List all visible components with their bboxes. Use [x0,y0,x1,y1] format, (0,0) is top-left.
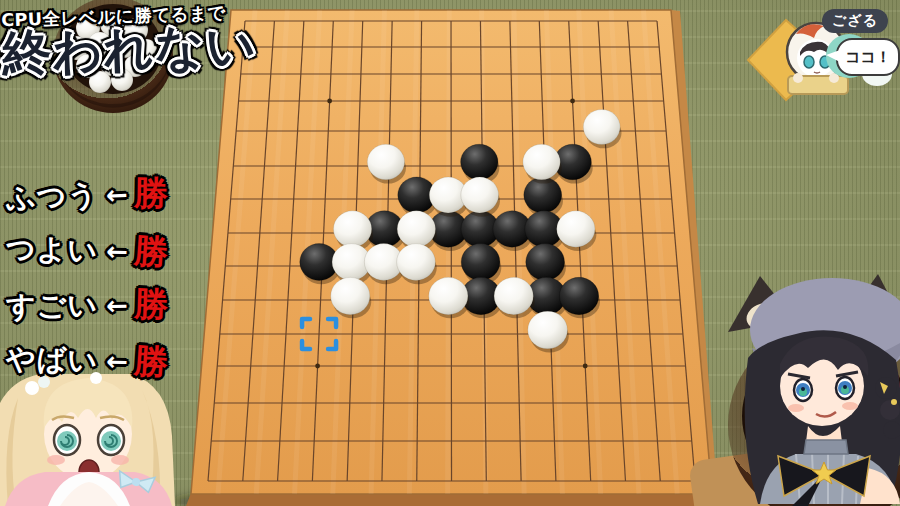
stone-white [583,109,620,144]
avatar-right-girl [728,274,900,506]
arrow-left-icon: ← [106,236,128,266]
stone-black [461,144,498,179]
star-point [583,364,588,369]
stone-white [397,211,435,247]
stream-title: CPU全レベルに勝てるまで 終われない [1,0,253,80]
level-label: つよい [6,229,99,271]
cpu-name-label: ござる [832,12,878,30]
level-row: つよい←勝 [6,222,169,280]
arrow-left-icon: ← [106,179,129,210]
stone-white [461,177,499,213]
cpu-name-badge: ござる [822,9,888,33]
stream-frame: CPU全レベルに勝てるまで 終われない ふつう←勝つよい←勝すごい←勝やばい←勝… [0,0,900,506]
cpu-speech-text: ココ！ [845,48,891,67]
stone-white [528,311,568,349]
arrow-left-icon: ← [106,290,128,320]
stone-white [333,211,371,247]
cpu-speech-bubble: ココ！ [836,38,900,76]
stone-white [494,277,533,314]
cpu-level-list: ふつう←勝つよい←勝すごい←勝やばい←勝 [6,168,168,388]
board-side-face [186,493,718,506]
stone-black [559,277,598,314]
level-win-mark: 勝 [132,227,169,275]
stone-white [397,244,436,281]
star-point [327,99,332,104]
stone-black [461,244,500,281]
arrow-left-icon: ← [106,346,128,376]
avatar-left-girl [0,372,175,506]
stone-white [331,277,370,314]
level-win-mark: 勝 [132,337,169,385]
title-line2: 終われない [2,20,254,80]
level-label: ふつう [5,175,98,218]
level-row: ふつう←勝 [5,165,169,226]
stone-white [557,211,595,247]
level-win-mark: 勝 [133,170,168,217]
star-point [570,99,575,104]
stone-white [367,144,404,179]
star-point [315,364,320,369]
level-label: すごい [6,285,99,327]
stone-white [523,144,560,179]
level-row: すごい←勝 [6,277,169,335]
level-row: やばい←勝 [6,332,169,390]
stone-black [526,244,565,281]
stone-white [429,277,468,314]
speech-bubble-tail [826,50,840,62]
level-label: やばい [6,339,99,381]
level-win-mark: 勝 [133,281,169,328]
